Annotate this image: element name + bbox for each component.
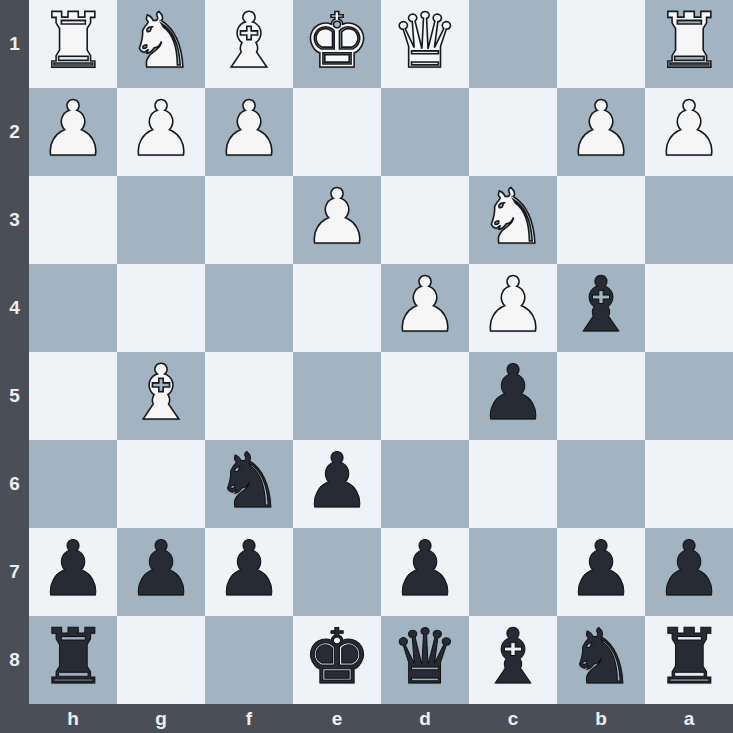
white-rook-piece: ♜ (39, 0, 107, 85)
chess-board: 1♜♞♝♚♛♜2♟♟♟♟♟3♟♞4♟♟♝5♝♟6♞♟7♟♟♟♟♟♟8♜♚♛♝♞♜… (0, 0, 733, 733)
white-king-piece: ♚ (303, 0, 371, 85)
black-pawn-piece: ♟ (567, 525, 635, 613)
file-label-f: f (205, 704, 293, 733)
square-b7[interactable]: ♟ (557, 528, 645, 616)
black-pawn-piece: ♟ (215, 525, 283, 613)
file-label-d: d (381, 704, 469, 733)
square-e3[interactable]: ♟ (293, 176, 381, 264)
black-knight-piece: ♞ (567, 613, 635, 701)
square-e7[interactable] (293, 528, 381, 616)
square-e1[interactable]: ♚ (293, 0, 381, 88)
black-rook-piece: ♜ (39, 613, 107, 701)
white-knight-piece: ♞ (127, 0, 195, 85)
white-bishop-piece: ♝ (127, 349, 195, 437)
square-b6[interactable] (557, 440, 645, 528)
square-g8[interactable] (117, 616, 205, 704)
file-label-e: e (293, 704, 381, 733)
square-f1[interactable]: ♝ (205, 0, 293, 88)
square-b4[interactable]: ♝ (557, 264, 645, 352)
square-f3[interactable] (205, 176, 293, 264)
square-c3[interactable]: ♞ (469, 176, 557, 264)
square-h5[interactable] (29, 352, 117, 440)
rank-label-8: 8 (0, 616, 29, 704)
square-g3[interactable] (117, 176, 205, 264)
square-h4[interactable] (29, 264, 117, 352)
white-pawn-piece: ♟ (479, 261, 547, 349)
square-e4[interactable] (293, 264, 381, 352)
square-d1[interactable]: ♛ (381, 0, 469, 88)
white-pawn-piece: ♟ (127, 85, 195, 173)
square-a3[interactable] (645, 176, 733, 264)
square-d2[interactable] (381, 88, 469, 176)
square-g6[interactable] (117, 440, 205, 528)
rank-label-6: 6 (0, 440, 29, 528)
square-d4[interactable]: ♟ (381, 264, 469, 352)
black-bishop-piece: ♝ (567, 261, 635, 349)
white-pawn-piece: ♟ (303, 173, 371, 261)
square-f8[interactable] (205, 616, 293, 704)
square-f6[interactable]: ♞ (205, 440, 293, 528)
white-queen-piece: ♛ (391, 0, 459, 85)
black-pawn-piece: ♟ (479, 349, 547, 437)
black-pawn-piece: ♟ (655, 525, 723, 613)
black-pawn-piece: ♟ (303, 437, 371, 525)
rank-label-2: 2 (0, 88, 29, 176)
square-b3[interactable] (557, 176, 645, 264)
black-king-piece: ♚ (303, 613, 371, 701)
file-label-b: b (557, 704, 645, 733)
square-h7[interactable]: ♟ (29, 528, 117, 616)
square-d3[interactable] (381, 176, 469, 264)
square-g2[interactable]: ♟ (117, 88, 205, 176)
rank-label-1: 1 (0, 0, 29, 88)
white-pawn-piece: ♟ (391, 261, 459, 349)
square-e2[interactable] (293, 88, 381, 176)
square-g7[interactable]: ♟ (117, 528, 205, 616)
black-rook-piece: ♜ (655, 613, 723, 701)
rank-label-5: 5 (0, 352, 29, 440)
square-f4[interactable] (205, 264, 293, 352)
square-d5[interactable] (381, 352, 469, 440)
black-bishop-piece: ♝ (479, 613, 547, 701)
rank-label-4: 4 (0, 264, 29, 352)
square-h6[interactable] (29, 440, 117, 528)
white-pawn-piece: ♟ (655, 85, 723, 173)
file-label-g: g (117, 704, 205, 733)
square-d7[interactable]: ♟ (381, 528, 469, 616)
square-c6[interactable] (469, 440, 557, 528)
square-b1[interactable] (557, 0, 645, 88)
rank-label-7: 7 (0, 528, 29, 616)
square-c5[interactable]: ♟ (469, 352, 557, 440)
square-h1[interactable]: ♜ (29, 0, 117, 88)
white-pawn-piece: ♟ (39, 85, 107, 173)
square-e8[interactable]: ♚ (293, 616, 381, 704)
rank-label-3: 3 (0, 176, 29, 264)
square-g4[interactable] (117, 264, 205, 352)
black-pawn-piece: ♟ (391, 525, 459, 613)
square-g1[interactable]: ♞ (117, 0, 205, 88)
white-rook-piece: ♜ (655, 0, 723, 85)
coordinate-corner (0, 704, 29, 733)
square-a1[interactable]: ♜ (645, 0, 733, 88)
square-a2[interactable]: ♟ (645, 88, 733, 176)
square-f5[interactable] (205, 352, 293, 440)
square-a4[interactable] (645, 264, 733, 352)
black-queen-piece: ♛ (391, 613, 459, 701)
square-g5[interactable]: ♝ (117, 352, 205, 440)
file-label-c: c (469, 704, 557, 733)
white-knight-piece: ♞ (479, 173, 547, 261)
square-b5[interactable] (557, 352, 645, 440)
square-c7[interactable] (469, 528, 557, 616)
square-h8[interactable]: ♜ (29, 616, 117, 704)
square-f7[interactable]: ♟ (205, 528, 293, 616)
square-a8[interactable]: ♜ (645, 616, 733, 704)
white-bishop-piece: ♝ (215, 0, 283, 85)
square-h3[interactable] (29, 176, 117, 264)
square-c2[interactable] (469, 88, 557, 176)
black-pawn-piece: ♟ (127, 525, 195, 613)
black-knight-piece: ♞ (215, 437, 283, 525)
square-e5[interactable] (293, 352, 381, 440)
square-h2[interactable]: ♟ (29, 88, 117, 176)
square-c1[interactable] (469, 0, 557, 88)
square-c4[interactable]: ♟ (469, 264, 557, 352)
square-e6[interactable]: ♟ (293, 440, 381, 528)
file-label-a: a (645, 704, 733, 733)
square-a7[interactable]: ♟ (645, 528, 733, 616)
square-b8[interactable]: ♞ (557, 616, 645, 704)
white-pawn-piece: ♟ (567, 85, 635, 173)
square-b2[interactable]: ♟ (557, 88, 645, 176)
file-label-h: h (29, 704, 117, 733)
square-c8[interactable]: ♝ (469, 616, 557, 704)
square-d8[interactable]: ♛ (381, 616, 469, 704)
black-pawn-piece: ♟ (39, 525, 107, 613)
square-f2[interactable]: ♟ (205, 88, 293, 176)
white-pawn-piece: ♟ (215, 85, 283, 173)
square-d6[interactable] (381, 440, 469, 528)
square-a6[interactable] (645, 440, 733, 528)
square-a5[interactable] (645, 352, 733, 440)
